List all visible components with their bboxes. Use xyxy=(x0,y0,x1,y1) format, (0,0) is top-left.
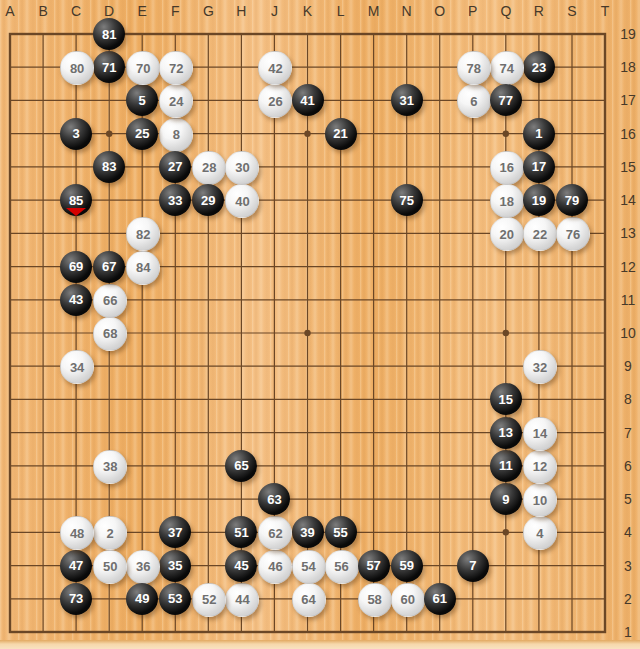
row-label-10: 10 xyxy=(620,325,636,341)
stone-number: 54 xyxy=(301,560,315,573)
stone-number: 78 xyxy=(467,62,481,75)
stone-Q18[interactable]: 74 xyxy=(490,51,524,85)
stone-number: 64 xyxy=(301,593,315,606)
stone-number: 2 xyxy=(107,527,114,540)
stone-number: 58 xyxy=(367,593,381,606)
row-label-12: 12 xyxy=(620,259,636,275)
column-label-H: H xyxy=(236,3,246,19)
stone-number: 76 xyxy=(566,228,580,241)
stone-R15[interactable]: 17 xyxy=(523,151,555,183)
stone-number: 9 xyxy=(502,493,509,506)
stone-number: 4 xyxy=(536,527,543,540)
stone-number: 49 xyxy=(135,592,149,605)
stone-D19[interactable]: 81 xyxy=(93,18,125,50)
stone-number: 79 xyxy=(565,194,579,207)
stone-M3[interactable]: 57 xyxy=(358,550,390,582)
stone-number: 77 xyxy=(499,94,513,107)
stone-number: 56 xyxy=(334,560,348,573)
stone-C2[interactable]: 73 xyxy=(60,583,92,615)
stone-number: 44 xyxy=(235,593,249,606)
row-label-11: 11 xyxy=(621,292,636,308)
stone-F2[interactable]: 53 xyxy=(159,583,191,615)
stone-number: 67 xyxy=(102,260,116,273)
stone-number: 70 xyxy=(136,62,150,75)
stone-number: 22 xyxy=(533,228,547,241)
stone-C3[interactable]: 47 xyxy=(60,550,92,582)
stone-number: 63 xyxy=(267,493,281,506)
stone-D15[interactable]: 83 xyxy=(93,151,125,183)
stone-number: 45 xyxy=(234,559,248,572)
stone-number: 12 xyxy=(533,460,547,473)
stone-R5[interactable]: 10 xyxy=(523,483,557,517)
row-label-7: 7 xyxy=(624,425,632,441)
row-label-16: 16 xyxy=(620,126,636,142)
stone-K17[interactable]: 41 xyxy=(292,84,324,116)
stone-P3[interactable]: 7 xyxy=(457,550,489,582)
stone-number: 15 xyxy=(499,393,513,406)
stone-number: 13 xyxy=(499,426,513,439)
stone-number: 50 xyxy=(103,560,117,573)
row-label-18: 18 xyxy=(620,59,636,75)
stone-number: 47 xyxy=(69,559,83,572)
stone-number: 68 xyxy=(103,327,117,340)
stone-number: 74 xyxy=(500,62,514,75)
stone-number: 36 xyxy=(136,560,150,573)
stone-C16[interactable]: 3 xyxy=(60,118,92,150)
row-label-1: 1 xyxy=(624,624,632,640)
stone-number: 27 xyxy=(168,160,182,173)
stone-G15[interactable]: 28 xyxy=(192,151,226,185)
stone-Q13[interactable]: 20 xyxy=(490,217,524,251)
row-label-3: 3 xyxy=(624,558,632,574)
column-label-S: S xyxy=(567,3,576,19)
stone-number: 84 xyxy=(136,261,150,274)
stone-R7[interactable]: 14 xyxy=(523,417,557,451)
stone-number: 51 xyxy=(234,526,248,539)
stone-E2[interactable]: 49 xyxy=(126,583,158,615)
stone-number: 37 xyxy=(168,526,182,539)
stone-number: 82 xyxy=(136,228,150,241)
stone-number: 53 xyxy=(168,592,182,605)
stone-E12[interactable]: 84 xyxy=(126,251,160,285)
stone-number: 10 xyxy=(533,494,547,507)
stone-number: 83 xyxy=(102,160,116,173)
row-label-5: 5 xyxy=(624,491,632,507)
stone-D6[interactable]: 38 xyxy=(93,450,127,484)
stone-number: 35 xyxy=(168,559,182,572)
stone-number: 40 xyxy=(235,195,249,208)
stone-G2[interactable]: 52 xyxy=(192,583,226,617)
stone-number: 85 xyxy=(69,194,83,207)
stone-number: 33 xyxy=(168,194,182,207)
row-label-13: 13 xyxy=(620,225,636,241)
stone-K4[interactable]: 39 xyxy=(292,516,324,548)
column-label-A: A xyxy=(5,3,14,19)
stone-H3[interactable]: 45 xyxy=(225,550,257,582)
column-label-O: O xyxy=(434,3,445,19)
last-move-marker xyxy=(66,208,86,216)
stone-number: 65 xyxy=(234,459,248,472)
stone-R6[interactable]: 12 xyxy=(523,450,557,484)
column-label-J: J xyxy=(271,3,278,19)
row-label-9: 9 xyxy=(624,358,632,374)
stone-number: 30 xyxy=(235,161,249,174)
column-label-T: T xyxy=(601,3,610,19)
stone-number: 24 xyxy=(169,95,183,108)
row-label-4: 4 xyxy=(624,524,632,540)
stone-R9[interactable]: 32 xyxy=(523,350,557,384)
stone-number: 73 xyxy=(69,592,83,605)
stone-D10[interactable]: 68 xyxy=(93,317,127,351)
stone-number: 23 xyxy=(532,61,546,74)
stone-N17[interactable]: 31 xyxy=(391,84,423,116)
stone-number: 26 xyxy=(268,95,282,108)
stone-number: 11 xyxy=(499,459,513,472)
stone-number: 18 xyxy=(500,195,514,208)
stone-number: 66 xyxy=(103,294,117,307)
stone-number: 75 xyxy=(399,194,413,207)
stone-R18[interactable]: 23 xyxy=(523,51,555,83)
stone-L16[interactable]: 21 xyxy=(325,118,357,150)
row-label-6: 6 xyxy=(624,458,632,474)
stone-D3[interactable]: 50 xyxy=(93,550,127,584)
stone-number: 3 xyxy=(72,127,79,140)
stone-number: 59 xyxy=(399,559,413,572)
stone-number: 60 xyxy=(400,593,414,606)
stone-number: 28 xyxy=(202,161,216,174)
stone-number: 81 xyxy=(102,28,116,41)
column-label-Q: Q xyxy=(500,3,511,19)
stone-number: 43 xyxy=(69,293,83,306)
board-bottom-edge xyxy=(0,640,640,649)
stone-number: 8 xyxy=(173,128,180,141)
stone-C12[interactable]: 69 xyxy=(60,251,92,283)
go-board-app: ABCDEFGHJKLMNOPQRST 19181716151413121110… xyxy=(0,0,640,649)
stone-N14[interactable]: 75 xyxy=(391,184,423,216)
stone-number: 32 xyxy=(533,361,547,374)
row-label-8: 8 xyxy=(624,391,632,407)
stone-J3[interactable]: 46 xyxy=(258,550,292,584)
stone-F15[interactable]: 27 xyxy=(159,151,191,183)
stone-number: 61 xyxy=(432,592,446,605)
stone-Q6[interactable]: 11 xyxy=(490,450,522,482)
stone-number: 1 xyxy=(535,127,542,140)
stone-number: 55 xyxy=(333,526,347,539)
column-label-D: D xyxy=(104,3,114,19)
stone-number: 42 xyxy=(268,62,282,75)
column-label-P: P xyxy=(468,3,477,19)
stone-C11[interactable]: 43 xyxy=(60,284,92,316)
stone-M2[interactable]: 58 xyxy=(358,583,392,617)
column-label-L: L xyxy=(337,3,345,19)
column-label-G: G xyxy=(203,3,214,19)
stone-O2[interactable]: 61 xyxy=(424,583,456,615)
stone-K3[interactable]: 54 xyxy=(292,550,326,584)
stone-number: 5 xyxy=(139,94,146,107)
stone-number: 29 xyxy=(201,194,215,207)
stone-Q15[interactable]: 16 xyxy=(490,151,524,185)
stone-L3[interactable]: 56 xyxy=(325,550,359,584)
stone-number: 57 xyxy=(366,559,380,572)
row-label-19: 19 xyxy=(620,26,636,42)
stone-number: 25 xyxy=(135,127,149,140)
stone-number: 14 xyxy=(533,427,547,440)
stone-D11[interactable]: 66 xyxy=(93,284,127,318)
stone-number: 16 xyxy=(500,161,514,174)
column-label-B: B xyxy=(38,3,47,19)
stone-P17[interactable]: 6 xyxy=(457,84,491,118)
row-label-15: 15 xyxy=(620,159,636,175)
stone-F3[interactable]: 35 xyxy=(159,550,191,582)
stone-R13[interactable]: 22 xyxy=(523,217,557,251)
stone-number: 46 xyxy=(268,560,282,573)
stone-number: 38 xyxy=(103,460,117,473)
stone-number: 41 xyxy=(300,94,314,107)
stone-N3[interactable]: 59 xyxy=(391,550,423,582)
stone-number: 31 xyxy=(399,94,413,107)
stone-L4[interactable]: 55 xyxy=(325,516,357,548)
stone-number: 62 xyxy=(268,527,282,540)
stone-R4[interactable]: 4 xyxy=(523,516,557,550)
row-label-2: 2 xyxy=(624,591,632,607)
stone-Q14[interactable]: 18 xyxy=(490,184,524,218)
column-label-K: K xyxy=(303,3,312,19)
stone-H2[interactable]: 44 xyxy=(225,583,259,617)
stone-R14[interactable]: 19 xyxy=(523,184,555,216)
stone-number: 52 xyxy=(202,593,216,606)
stone-number: 69 xyxy=(69,260,83,273)
column-label-N: N xyxy=(402,3,412,19)
stone-R16[interactable]: 1 xyxy=(523,118,555,150)
stone-F16[interactable]: 8 xyxy=(159,118,193,152)
stone-number: 71 xyxy=(102,61,116,74)
column-label-F: F xyxy=(171,3,180,19)
stone-number: 21 xyxy=(333,127,347,140)
stone-number: 48 xyxy=(70,527,84,540)
stone-number: 20 xyxy=(500,228,514,241)
stone-number: 34 xyxy=(70,361,84,374)
stone-E3[interactable]: 36 xyxy=(126,550,160,584)
stone-P18[interactable]: 78 xyxy=(457,51,491,85)
stone-D12[interactable]: 67 xyxy=(93,251,125,283)
stone-number: 80 xyxy=(70,62,84,75)
stone-number: 6 xyxy=(470,95,477,108)
row-label-14: 14 xyxy=(620,192,636,208)
column-label-M: M xyxy=(368,3,380,19)
stone-number: 72 xyxy=(169,62,183,75)
stone-Q5[interactable]: 9 xyxy=(490,483,522,515)
stone-N2[interactable]: 60 xyxy=(391,583,425,617)
stone-number: 19 xyxy=(532,194,546,207)
stone-K2[interactable]: 64 xyxy=(292,583,326,617)
column-label-E: E xyxy=(138,3,147,19)
stone-S14[interactable]: 79 xyxy=(556,184,588,216)
stone-number: 7 xyxy=(469,559,476,572)
row-label-17: 17 xyxy=(620,92,636,108)
column-label-R: R xyxy=(534,3,544,19)
stone-number: 39 xyxy=(300,526,314,539)
go-board[interactable]: ABCDEFGHJKLMNOPQRST 19181716151413121110… xyxy=(0,0,640,649)
stone-Q7[interactable]: 13 xyxy=(490,417,522,449)
stone-E16[interactable]: 25 xyxy=(126,118,158,150)
stone-C14[interactable]: 85 xyxy=(60,184,92,216)
stone-number: 17 xyxy=(532,160,546,173)
column-label-C: C xyxy=(71,3,81,19)
